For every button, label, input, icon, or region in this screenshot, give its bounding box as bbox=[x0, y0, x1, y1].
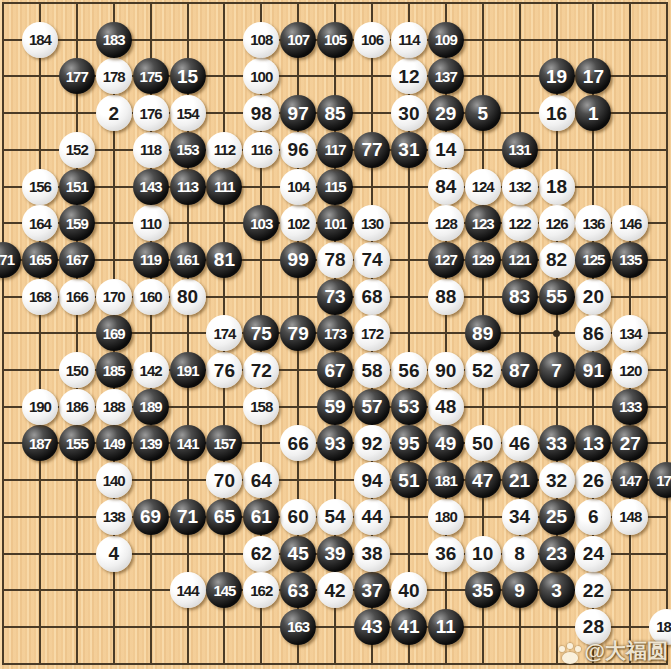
move-number: 120 bbox=[619, 363, 641, 378]
move-number: 23 bbox=[546, 544, 567, 563]
stone-white-move-68: 68 bbox=[354, 279, 390, 315]
stone-white-move-66: 66 bbox=[280, 425, 316, 461]
move-number: 40 bbox=[398, 581, 419, 600]
move-number: 150 bbox=[66, 363, 88, 378]
stone-white-move-8: 8 bbox=[502, 536, 538, 572]
move-number: 186 bbox=[66, 399, 88, 414]
move-number: 59 bbox=[325, 397, 346, 416]
stone-black-move-69: 69 bbox=[133, 499, 169, 535]
watermark: @大福圆 bbox=[558, 637, 668, 665]
stone-white-move-50: 50 bbox=[465, 425, 501, 461]
move-number: 111 bbox=[214, 179, 234, 194]
move-number: 125 bbox=[582, 252, 604, 267]
move-number: 157 bbox=[213, 436, 235, 451]
stone-white-move-146: 146 bbox=[612, 205, 648, 241]
move-number: 99 bbox=[288, 250, 309, 269]
move-number: 4 bbox=[108, 544, 119, 563]
stone-white-move-64: 64 bbox=[243, 462, 279, 498]
stone-white-move-186: 186 bbox=[59, 389, 95, 425]
move-number: 2 bbox=[108, 104, 119, 123]
stone-black-move-83: 83 bbox=[502, 279, 538, 315]
move-number: 42 bbox=[325, 581, 346, 600]
move-number: 79 bbox=[288, 324, 309, 343]
move-number: 114 bbox=[398, 32, 419, 47]
stone-black-move-183: 183 bbox=[96, 22, 132, 58]
stone-black-move-95: 95 bbox=[391, 425, 427, 461]
move-number: 183 bbox=[103, 32, 125, 47]
stone-white-move-18: 18 bbox=[539, 169, 575, 205]
stone-white-move-110: 110 bbox=[133, 205, 169, 241]
move-number: 62 bbox=[251, 544, 272, 563]
move-number: 154 bbox=[176, 106, 198, 121]
stone-black-move-101: 101 bbox=[317, 205, 353, 241]
stone-white-move-122: 122 bbox=[502, 205, 538, 241]
move-number: 153 bbox=[176, 142, 198, 157]
stone-white-move-150: 150 bbox=[59, 352, 95, 388]
stone-white-move-134: 134 bbox=[612, 315, 648, 351]
move-number: 132 bbox=[509, 179, 531, 194]
move-number: 123 bbox=[472, 216, 494, 231]
move-number: 152 bbox=[66, 142, 88, 157]
move-number: 68 bbox=[361, 287, 382, 306]
stone-white-move-10: 10 bbox=[465, 536, 501, 572]
move-number: 176 bbox=[140, 106, 162, 121]
move-number: 14 bbox=[435, 140, 456, 159]
move-number: 55 bbox=[546, 287, 567, 306]
stone-white-move-102: 102 bbox=[280, 205, 316, 241]
move-number: 12 bbox=[398, 67, 419, 86]
move-number: 88 bbox=[435, 287, 456, 306]
move-number: 46 bbox=[509, 434, 530, 453]
move-number: 5 bbox=[477, 104, 488, 123]
move-number: 162 bbox=[250, 583, 272, 598]
move-number: 144 bbox=[176, 583, 198, 598]
move-number: 73 bbox=[325, 287, 346, 306]
stone-black-move-57: 57 bbox=[354, 389, 390, 425]
stone-white-move-74: 74 bbox=[354, 242, 390, 278]
stone-black-move-51: 51 bbox=[391, 462, 427, 498]
stone-white-move-136: 136 bbox=[575, 205, 611, 241]
stone-black-move-121: 121 bbox=[502, 242, 538, 278]
move-number: 49 bbox=[435, 434, 456, 453]
move-number: 148 bbox=[619, 509, 641, 524]
move-number: 25 bbox=[546, 507, 567, 526]
stone-black-move-123: 123 bbox=[465, 205, 501, 241]
move-number: 65 bbox=[214, 507, 235, 526]
stone-white-move-12: 12 bbox=[391, 58, 427, 94]
stone-black-move-97: 97 bbox=[280, 95, 316, 131]
stone-white-move-128: 128 bbox=[428, 205, 464, 241]
stone-white-move-156: 156 bbox=[22, 169, 58, 205]
stone-white-move-144: 144 bbox=[170, 572, 206, 608]
move-number: 19 bbox=[546, 67, 567, 86]
stone-black-move-61: 61 bbox=[243, 499, 279, 535]
move-number: 41 bbox=[398, 617, 419, 636]
stone-white-move-132: 132 bbox=[502, 169, 538, 205]
move-number: 180 bbox=[435, 509, 457, 524]
stone-white-move-108: 108 bbox=[243, 22, 279, 58]
move-number: 141 bbox=[176, 436, 198, 451]
stone-white-move-188: 188 bbox=[96, 389, 132, 425]
stone-black-move-27: 27 bbox=[612, 425, 648, 461]
move-number: 21 bbox=[509, 471, 530, 490]
move-number: 35 bbox=[472, 581, 493, 600]
move-number: 83 bbox=[509, 287, 530, 306]
stone-white-move-82: 82 bbox=[539, 242, 575, 278]
move-number: 160 bbox=[140, 289, 162, 304]
stone-white-move-92: 92 bbox=[354, 425, 390, 461]
move-number: 45 bbox=[288, 544, 309, 563]
stone-white-move-106: 106 bbox=[354, 22, 390, 58]
move-number: 191 bbox=[176, 363, 198, 378]
stone-black-move-189: 189 bbox=[133, 389, 169, 425]
move-number: 101 bbox=[324, 216, 346, 231]
move-number: 30 bbox=[398, 104, 419, 123]
move-number: 95 bbox=[398, 434, 419, 453]
move-number: 56 bbox=[398, 361, 419, 380]
move-number: 53 bbox=[398, 397, 419, 416]
move-number: 71 bbox=[177, 507, 198, 526]
stone-black-move-109: 109 bbox=[428, 22, 464, 58]
move-number: 97 bbox=[288, 104, 309, 123]
stone-black-move-111: 111 bbox=[206, 169, 242, 205]
move-number: 156 bbox=[29, 179, 51, 194]
stone-black-move-79: 79 bbox=[280, 315, 316, 351]
stone-black-move-147: 147 bbox=[612, 462, 648, 498]
stone-black-move-175: 175 bbox=[133, 58, 169, 94]
move-number: 116 bbox=[251, 142, 272, 157]
move-number: 28 bbox=[583, 617, 604, 636]
stone-black-move-133: 133 bbox=[612, 389, 648, 425]
stone-white-move-36: 36 bbox=[428, 536, 464, 572]
move-number: 70 bbox=[214, 471, 235, 490]
move-number: 76 bbox=[214, 361, 235, 380]
move-number: 13 bbox=[583, 434, 604, 453]
move-number: 7 bbox=[551, 361, 562, 380]
stone-white-move-56: 56 bbox=[391, 352, 427, 388]
stone-white-move-126: 126 bbox=[539, 205, 575, 241]
stone-black-move-63: 63 bbox=[280, 572, 316, 608]
stone-white-move-94: 94 bbox=[354, 462, 390, 498]
move-number: 175 bbox=[140, 69, 162, 84]
stone-white-move-180: 180 bbox=[428, 499, 464, 535]
stone-black-move-21: 21 bbox=[502, 462, 538, 498]
stone-black-move-31: 31 bbox=[391, 132, 427, 168]
move-number: 33 bbox=[546, 434, 567, 453]
move-number: 80 bbox=[177, 287, 198, 306]
move-number: 146 bbox=[619, 216, 641, 231]
move-number: 18 bbox=[546, 177, 567, 196]
move-number: 52 bbox=[472, 361, 493, 380]
stone-black-move-19: 19 bbox=[539, 58, 575, 94]
stone-black-move-167: 167 bbox=[59, 242, 95, 278]
stone-black-move-37: 37 bbox=[354, 572, 390, 608]
move-number: 127 bbox=[435, 252, 457, 267]
stone-black-move-137: 137 bbox=[428, 58, 464, 94]
stone-black-move-103: 103 bbox=[243, 205, 279, 241]
move-number: 136 bbox=[582, 216, 604, 231]
stone-white-move-190: 190 bbox=[22, 389, 58, 425]
move-number: 129 bbox=[472, 252, 494, 267]
stone-black-move-117: 117 bbox=[317, 132, 353, 168]
move-number: 124 bbox=[472, 179, 494, 194]
move-number: 149 bbox=[103, 436, 125, 451]
stone-black-move-53: 53 bbox=[391, 389, 427, 425]
stone-black-move-153: 153 bbox=[170, 132, 206, 168]
move-number: 85 bbox=[325, 104, 346, 123]
move-number: 8 bbox=[514, 544, 525, 563]
stone-black-move-135: 135 bbox=[612, 242, 648, 278]
stone-black-move-119: 119 bbox=[133, 242, 169, 278]
stone-white-move-116: 116 bbox=[243, 132, 279, 168]
move-number: 66 bbox=[288, 434, 309, 453]
stone-black-move-161: 161 bbox=[170, 242, 206, 278]
stone-black-move-87: 87 bbox=[502, 352, 538, 388]
move-number: 32 bbox=[546, 471, 567, 490]
stone-white-move-14: 14 bbox=[428, 132, 464, 168]
move-number: 37 bbox=[361, 581, 382, 600]
stone-black-move-107: 107 bbox=[280, 22, 316, 58]
move-number: 34 bbox=[509, 507, 530, 526]
stone-white-move-168: 168 bbox=[22, 279, 58, 315]
stone-white-move-46: 46 bbox=[502, 425, 538, 461]
stone-white-move-42: 42 bbox=[317, 572, 353, 608]
move-number: 87 bbox=[509, 361, 530, 380]
star-point bbox=[553, 330, 560, 337]
stone-black-move-129: 129 bbox=[465, 242, 501, 278]
stone-white-move-158: 158 bbox=[243, 389, 279, 425]
move-number: 6 bbox=[588, 507, 599, 526]
stone-black-move-113: 113 bbox=[170, 169, 206, 205]
stone-white-move-58: 58 bbox=[354, 352, 390, 388]
move-number: 177 bbox=[66, 69, 88, 84]
move-number: 115 bbox=[324, 179, 345, 194]
stone-white-move-2: 2 bbox=[96, 95, 132, 131]
move-number: 96 bbox=[288, 140, 309, 159]
stone-white-move-80: 80 bbox=[170, 279, 206, 315]
move-number: 135 bbox=[619, 252, 641, 267]
move-number: 126 bbox=[545, 216, 567, 231]
move-number: 172 bbox=[361, 326, 383, 341]
stone-black-move-1: 1 bbox=[575, 95, 611, 131]
stone-black-move-55: 55 bbox=[539, 279, 575, 315]
stone-white-move-184: 184 bbox=[22, 22, 58, 58]
stone-white-move-96: 96 bbox=[280, 132, 316, 168]
move-number: 158 bbox=[250, 399, 272, 414]
move-number: 36 bbox=[435, 544, 456, 563]
stone-black-move-105: 105 bbox=[317, 22, 353, 58]
stone-white-move-32: 32 bbox=[539, 462, 575, 498]
stone-black-move-65: 65 bbox=[206, 499, 242, 535]
move-number: 151 bbox=[66, 179, 88, 194]
move-number: 167 bbox=[66, 252, 88, 267]
move-number: 161 bbox=[176, 252, 198, 267]
stone-white-move-120: 120 bbox=[612, 352, 648, 388]
move-number: 113 bbox=[177, 179, 198, 194]
stone-white-move-62: 62 bbox=[243, 536, 279, 572]
move-number: 57 bbox=[361, 397, 382, 416]
move-number: 11 bbox=[436, 617, 456, 636]
move-number: 174 bbox=[213, 326, 235, 341]
move-number: 27 bbox=[620, 434, 641, 453]
move-number: 90 bbox=[435, 361, 456, 380]
stone-white-move-40: 40 bbox=[391, 572, 427, 608]
move-number: 110 bbox=[140, 216, 161, 231]
stone-black-move-181: 181 bbox=[428, 462, 464, 498]
stone-black-move-9: 9 bbox=[502, 572, 538, 608]
move-number: 9 bbox=[514, 581, 525, 600]
move-number: 102 bbox=[287, 216, 309, 231]
move-number: 100 bbox=[250, 69, 272, 84]
stone-black-move-143: 143 bbox=[133, 169, 169, 205]
stone-black-move-89: 89 bbox=[465, 315, 501, 351]
stone-black-move-173: 173 bbox=[317, 315, 353, 351]
stone-white-move-162: 162 bbox=[243, 572, 279, 608]
move-number: 190 bbox=[29, 399, 51, 414]
move-number: 181 bbox=[435, 473, 457, 488]
move-number: 107 bbox=[287, 32, 309, 47]
stone-black-move-33: 33 bbox=[539, 425, 575, 461]
move-number: 51 bbox=[398, 471, 419, 490]
move-number: 47 bbox=[472, 471, 493, 490]
move-number: 22 bbox=[583, 581, 604, 600]
move-number: 108 bbox=[250, 32, 272, 47]
move-number: 48 bbox=[435, 397, 456, 416]
move-number: 3 bbox=[551, 581, 562, 600]
move-number: 130 bbox=[361, 216, 383, 231]
stone-black-move-141: 141 bbox=[170, 425, 206, 461]
move-number: 63 bbox=[288, 581, 309, 600]
stone-black-move-93: 93 bbox=[317, 425, 353, 461]
stone-black-move-23: 23 bbox=[539, 536, 575, 572]
stone-black-move-29: 29 bbox=[428, 95, 464, 131]
move-number: 179 bbox=[656, 473, 671, 488]
move-number: 77 bbox=[361, 140, 382, 159]
move-number: 31 bbox=[398, 140, 419, 159]
stone-black-move-151: 151 bbox=[59, 169, 95, 205]
move-number: 54 bbox=[325, 507, 346, 526]
stone-black-move-5: 5 bbox=[465, 95, 501, 131]
move-number: 121 bbox=[509, 252, 531, 267]
watermark-paw-icon bbox=[558, 643, 582, 665]
stone-black-move-139: 139 bbox=[133, 425, 169, 461]
stone-white-move-98: 98 bbox=[243, 95, 279, 131]
move-number: 17 bbox=[583, 67, 604, 86]
stone-white-move-84: 84 bbox=[428, 169, 464, 205]
move-number: 105 bbox=[324, 32, 346, 47]
stone-black-move-17: 17 bbox=[575, 58, 611, 94]
stone-black-move-149: 149 bbox=[96, 425, 132, 461]
move-number: 106 bbox=[361, 32, 383, 47]
move-number: 112 bbox=[214, 142, 235, 157]
move-number: 138 bbox=[103, 509, 125, 524]
stone-black-move-43: 43 bbox=[354, 609, 390, 645]
move-number: 75 bbox=[251, 324, 272, 343]
move-number: 91 bbox=[583, 361, 604, 380]
move-number: 89 bbox=[472, 324, 493, 343]
stone-white-move-88: 88 bbox=[428, 279, 464, 315]
move-number: 86 bbox=[583, 324, 604, 343]
stone-white-move-104: 104 bbox=[280, 169, 316, 205]
move-number: 155 bbox=[66, 436, 88, 451]
stone-white-move-174: 174 bbox=[206, 315, 242, 351]
stone-black-move-125: 125 bbox=[575, 242, 611, 278]
stone-white-move-26: 26 bbox=[575, 462, 611, 498]
stone-white-move-52: 52 bbox=[465, 352, 501, 388]
watermark-text: @大福圆 bbox=[585, 637, 668, 665]
stone-white-move-90: 90 bbox=[428, 352, 464, 388]
stone-black-move-71: 71 bbox=[170, 499, 206, 535]
move-number: 60 bbox=[288, 507, 309, 526]
stone-black-move-115: 115 bbox=[317, 169, 353, 205]
move-number: 24 bbox=[583, 544, 604, 563]
stone-black-move-11: 11 bbox=[428, 609, 464, 645]
stone-white-move-24: 24 bbox=[575, 536, 611, 572]
move-number: 170 bbox=[103, 289, 125, 304]
move-number: 165 bbox=[29, 252, 51, 267]
move-number: 74 bbox=[361, 250, 382, 269]
move-number: 109 bbox=[435, 32, 457, 47]
move-number: 142 bbox=[140, 363, 162, 378]
stone-white-move-130: 130 bbox=[354, 205, 390, 241]
stone-white-move-124: 124 bbox=[465, 169, 501, 205]
move-number: 119 bbox=[140, 252, 161, 267]
move-number: 92 bbox=[361, 434, 382, 453]
stone-white-move-176: 176 bbox=[133, 95, 169, 131]
move-number: 187 bbox=[29, 436, 51, 451]
stone-black-move-127: 127 bbox=[428, 242, 464, 278]
stone-white-move-4: 4 bbox=[96, 536, 132, 572]
move-number: 184 bbox=[29, 32, 51, 47]
stone-white-move-86: 86 bbox=[575, 315, 611, 351]
stone-black-move-187: 187 bbox=[22, 425, 58, 461]
stone-black-move-145: 145 bbox=[206, 572, 242, 608]
move-number: 137 bbox=[435, 69, 457, 84]
move-number: 39 bbox=[325, 544, 346, 563]
move-number: 104 bbox=[287, 179, 309, 194]
move-number: 50 bbox=[472, 434, 493, 453]
move-number: 98 bbox=[251, 104, 272, 123]
move-number: 93 bbox=[325, 434, 346, 453]
move-number: 26 bbox=[583, 471, 604, 490]
stone-white-move-114: 114 bbox=[391, 22, 427, 58]
move-number: 64 bbox=[251, 471, 272, 490]
stone-white-move-76: 76 bbox=[206, 352, 242, 388]
move-number: 61 bbox=[251, 507, 272, 526]
stone-black-move-131: 131 bbox=[502, 132, 538, 168]
move-number: 43 bbox=[361, 617, 382, 636]
move-number: 15 bbox=[177, 67, 198, 86]
stone-black-move-41: 41 bbox=[391, 609, 427, 645]
stone-white-move-152: 152 bbox=[59, 132, 95, 168]
move-number: 10 bbox=[472, 544, 493, 563]
stone-black-move-75: 75 bbox=[243, 315, 279, 351]
stone-white-move-142: 142 bbox=[133, 352, 169, 388]
move-number: 69 bbox=[140, 507, 161, 526]
stone-white-move-44: 44 bbox=[354, 499, 390, 535]
stone-black-move-191: 191 bbox=[170, 352, 206, 388]
stone-black-move-159: 159 bbox=[59, 205, 95, 241]
stone-black-move-177: 177 bbox=[59, 58, 95, 94]
stone-white-move-172: 172 bbox=[354, 315, 390, 351]
stone-black-move-67: 67 bbox=[317, 352, 353, 388]
stone-white-move-118: 118 bbox=[133, 132, 169, 168]
move-number: 103 bbox=[250, 216, 272, 231]
move-number: 67 bbox=[325, 361, 346, 380]
stone-black-move-49: 49 bbox=[428, 425, 464, 461]
move-number: 168 bbox=[29, 289, 51, 304]
move-number: 81 bbox=[214, 250, 235, 269]
